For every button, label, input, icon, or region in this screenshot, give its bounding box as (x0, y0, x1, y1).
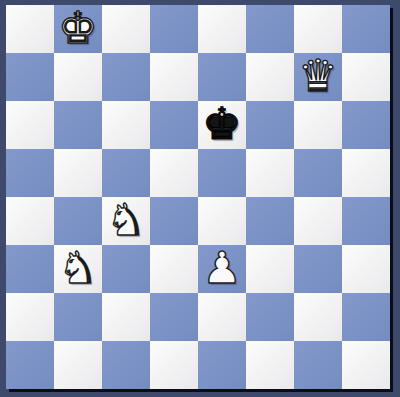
square-d5[interactable] (150, 149, 198, 197)
square-h4[interactable] (342, 197, 390, 245)
square-e2[interactable] (198, 293, 246, 341)
square-c5[interactable] (102, 149, 150, 197)
square-g2[interactable] (294, 293, 342, 341)
square-d8[interactable] (150, 5, 198, 53)
square-a6[interactable] (6, 101, 54, 149)
square-b7[interactable] (54, 53, 102, 101)
chess-board: ♚♛♚♞♞♟ (6, 5, 390, 389)
square-b6[interactable] (54, 101, 102, 149)
square-f6[interactable] (246, 101, 294, 149)
square-c1[interactable] (102, 341, 150, 389)
square-e5[interactable] (198, 149, 246, 197)
square-d2[interactable] (150, 293, 198, 341)
square-f7[interactable] (246, 53, 294, 101)
square-b3[interactable]: ♞ (54, 245, 102, 293)
square-d3[interactable] (150, 245, 198, 293)
square-e6[interactable]: ♚ (198, 101, 246, 149)
white-queen[interactable]: ♛ (298, 52, 337, 100)
chess-board-frame: ♚♛♚♞♞♟ (0, 0, 400, 397)
square-a5[interactable] (6, 149, 54, 197)
square-b1[interactable] (54, 341, 102, 389)
square-a4[interactable] (6, 197, 54, 245)
square-f1[interactable] (246, 341, 294, 389)
square-d7[interactable] (150, 53, 198, 101)
square-f4[interactable] (246, 197, 294, 245)
square-b8[interactable]: ♚ (54, 5, 102, 53)
white-king[interactable]: ♚ (58, 4, 97, 52)
square-c6[interactable] (102, 101, 150, 149)
square-e7[interactable] (198, 53, 246, 101)
square-e4[interactable] (198, 197, 246, 245)
square-f3[interactable] (246, 245, 294, 293)
square-f5[interactable] (246, 149, 294, 197)
square-d1[interactable] (150, 341, 198, 389)
square-e1[interactable] (198, 341, 246, 389)
white-knight[interactable]: ♞ (58, 244, 97, 292)
square-g4[interactable] (294, 197, 342, 245)
square-e8[interactable] (198, 5, 246, 53)
square-h6[interactable] (342, 101, 390, 149)
square-h7[interactable] (342, 53, 390, 101)
square-h5[interactable] (342, 149, 390, 197)
square-g7[interactable]: ♛ (294, 53, 342, 101)
square-g1[interactable] (294, 341, 342, 389)
square-f8[interactable] (246, 5, 294, 53)
square-c7[interactable] (102, 53, 150, 101)
square-b4[interactable] (54, 197, 102, 245)
square-a1[interactable] (6, 341, 54, 389)
square-h2[interactable] (342, 293, 390, 341)
white-pawn[interactable]: ♟ (202, 244, 241, 292)
square-a2[interactable] (6, 293, 54, 341)
square-b2[interactable] (54, 293, 102, 341)
square-c8[interactable] (102, 5, 150, 53)
square-h8[interactable] (342, 5, 390, 53)
square-e3[interactable]: ♟ (198, 245, 246, 293)
square-g6[interactable] (294, 101, 342, 149)
square-h3[interactable] (342, 245, 390, 293)
square-g3[interactable] (294, 245, 342, 293)
square-d6[interactable] (150, 101, 198, 149)
square-a3[interactable] (6, 245, 54, 293)
square-a7[interactable] (6, 53, 54, 101)
square-g5[interactable] (294, 149, 342, 197)
square-g8[interactable] (294, 5, 342, 53)
black-king[interactable]: ♚ (202, 100, 241, 148)
square-c4[interactable]: ♞ (102, 197, 150, 245)
white-knight[interactable]: ♞ (106, 196, 145, 244)
square-b5[interactable] (54, 149, 102, 197)
square-d4[interactable] (150, 197, 198, 245)
square-a8[interactable] (6, 5, 54, 53)
square-h1[interactable] (342, 341, 390, 389)
square-c2[interactable] (102, 293, 150, 341)
square-f2[interactable] (246, 293, 294, 341)
square-c3[interactable] (102, 245, 150, 293)
